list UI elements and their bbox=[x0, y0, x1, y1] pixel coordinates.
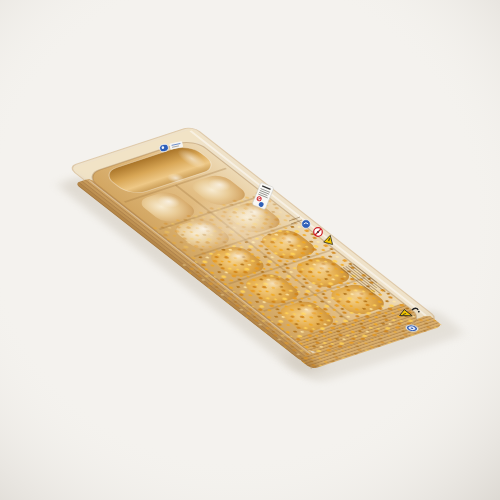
vignette bbox=[0, 0, 500, 500]
pool-float-photo bbox=[0, 0, 500, 500]
product-photo bbox=[0, 0, 500, 500]
